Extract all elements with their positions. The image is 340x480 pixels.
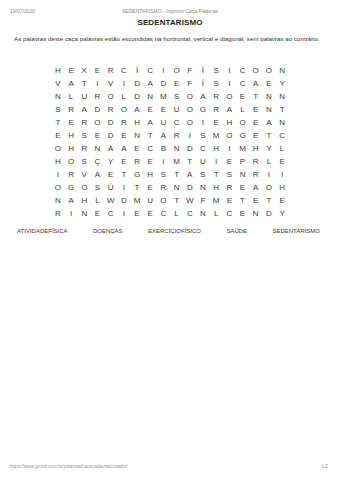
grid-cell: O [104,90,117,103]
grid-cell: W [183,194,196,207]
print-header-date: 19/07/2020 [10,8,35,14]
grid-cell: R [223,181,236,194]
grid-cell: I [65,207,78,220]
grid-cell: U [170,103,183,116]
grid-cell: Y [276,207,289,220]
grid-cell: L [236,103,249,116]
grid-cell: C [104,207,117,220]
grid-cell: R [249,155,262,168]
grid-cell: H [65,142,78,155]
grid-cell: R [104,103,117,116]
grid-cell: A [196,90,209,103]
grid-cell: I [223,64,236,77]
grid-cell: S [196,168,209,181]
grid-cell: B [157,142,170,155]
grid-cell: A [65,194,78,207]
grid-cell: E [144,103,157,116]
grid-cell: A [65,77,78,90]
grid-cell: E [65,64,78,77]
grid-cell: G [196,103,209,116]
grid-cell: D [262,207,275,220]
grid-cell: E [91,207,104,220]
grid-cell: R [170,129,183,142]
grid-cell: A [104,142,117,155]
grid-cell: H [223,116,236,129]
grid-cell: D [130,77,143,90]
grid-cell: N [170,181,183,194]
grid-cell: A [262,116,275,129]
grid-cell: F [183,77,196,90]
grid-cell: R [210,90,223,103]
word-list-item: ATIVIDADEFÍSICA [17,228,68,234]
grid-cell: V [78,168,91,181]
grid-cell: M [210,194,223,207]
grid-cell: N [276,116,289,129]
grid-cell: E [249,103,262,116]
grid-cell: O [170,64,183,77]
grid-cell: O [183,103,196,116]
grid-cell: O [183,90,196,103]
grid-cell: E [91,129,104,142]
grid-cell: I [223,142,236,155]
print-footer-url: https://www.geniol.com.br/palavras/caca-… [10,464,127,469]
grid-cell: N [262,90,275,103]
grid-cell: C [183,207,196,220]
grid-cell: N [78,207,91,220]
grid-cell: S [91,181,104,194]
grid-cell: A [91,168,104,181]
grid-cell: I [117,77,130,90]
grid-cell: H [276,181,289,194]
grid-cell: D [91,103,104,116]
grid-cell: O [223,90,236,103]
grid-cell: A [183,168,196,181]
grid-cell: E [223,194,236,207]
grid-cell: I [117,207,130,220]
grid-cell: Y [276,77,289,90]
grid-cell: E [117,155,130,168]
puzzle-instructions: As palavras deste caça palavras estão es… [14,32,326,45]
grid-cell: C [223,207,236,220]
grid-cell: O [157,194,170,207]
grid-cell: L [65,90,78,103]
grid-cell: O [262,64,275,77]
grid-cell: R [65,168,78,181]
grid-cell: M [130,194,143,207]
grid-cell: R [117,116,130,129]
grid-cell: L [170,207,183,220]
grid-cell: R [78,142,91,155]
grid-cell: O [183,116,196,129]
print-page: 19/07/2020 SEDENTARISMO - Imprimir Caça … [0,0,340,480]
grid-cell: Y [104,155,117,168]
grid-cell: V [104,77,117,90]
grid-cell: R [210,103,223,116]
grid-cell: E [276,155,289,168]
grid-cell: N [276,64,289,77]
grid-cell: E [91,64,104,77]
grid-cell: R [78,116,91,129]
grid-cell: S [210,64,223,77]
word-list-item: EXERCÍCIOFÍSICO [148,228,201,234]
grid-cell: O [51,142,64,155]
grid-cell: R [65,103,78,116]
grid-cell: E [210,116,223,129]
grid-cell: H [51,64,64,77]
grid-cell: C [196,142,209,155]
grid-cell: T [51,116,64,129]
grid-cell: I [157,64,170,77]
grid-cell: I [223,77,236,90]
grid-cell: H [65,129,78,142]
grid-cell: T [249,90,262,103]
grid-cell: Ú [104,181,117,194]
grid-cell: N [170,142,183,155]
grid-cell: U [78,90,91,103]
grid-cell: D [104,116,117,129]
grid-cell: A [249,77,262,90]
grid-cell: H [51,155,64,168]
grid-cell: H [144,168,157,181]
grid-cell: S [51,103,64,116]
grid-cell: P [236,155,249,168]
grid-cell: H [210,181,223,194]
grid-cell: C [157,207,170,220]
grid-cell: E [249,194,262,207]
grid-cell: S [170,90,183,103]
grid-cell: N [91,142,104,155]
grid-cell: I [157,155,170,168]
grid-cell: D [117,194,130,207]
grid-cell: E [144,181,157,194]
grid-cell: N [144,90,157,103]
grid-cell: D [157,77,170,90]
grid-cell: I [117,181,130,194]
grid-cell: O [91,116,104,129]
grid-cell: C [117,64,130,77]
grid-cell: E [144,155,157,168]
grid-cell: U [196,155,209,168]
grid-cell: H [249,142,262,155]
print-header-title: SEDENTARISMO - Imprimir Caça Palavras [122,8,218,14]
grid-cell: A [223,103,236,116]
grid-cell: L [262,155,275,168]
grid-cell: O [117,103,130,116]
grid-cell: Y [262,142,275,155]
grid-cell: T [117,168,130,181]
grid-cell: O [65,155,78,168]
grid-cell: L [91,194,104,207]
word-list-item: SEDENTARISMO [272,228,320,234]
grid-cell: R [157,181,170,194]
grid-cell: L [276,142,289,155]
grid-cell: W [104,194,117,207]
grid-cell: S [210,77,223,90]
grid-cell: L [210,207,223,220]
grid-cell: E [157,103,170,116]
grid-cell: E [223,155,236,168]
grid-cell: E [130,142,143,155]
grid-cell: E [144,207,157,220]
grid-cell: E [104,168,117,181]
grid-cell: I [51,168,64,181]
grid-cell: I [262,168,275,181]
grid-cell: R [91,90,104,103]
grid-cell: E [249,129,262,142]
grid-cell: T [170,168,183,181]
grid-cell: V [51,77,64,90]
grid-cell: T [78,77,91,90]
word-search-grid: HEXERCÍCIOFÍSICOONVATIVIDADEFÍSICAEYNLUR… [51,64,288,220]
grid-cell: G [130,168,143,181]
grid-cell: Í [196,77,209,90]
grid-cell: E [51,129,64,142]
grid-cell: M [170,155,183,168]
grid-cell: T [236,194,249,207]
grid-cell: H [78,194,91,207]
grid-cell: N [276,90,289,103]
grid-cell: A [157,129,170,142]
grid-cell: N [196,207,209,220]
grid-cell: E [236,90,249,103]
grid-cell: N [51,90,64,103]
grid-cell: E [117,129,130,142]
grid-cell: D [183,142,196,155]
grid-cell: M [236,142,249,155]
grid-cell: E [262,77,275,90]
grid-cell: O [51,181,64,194]
grid-cell: G [236,129,249,142]
grid-cell: R [130,155,143,168]
grid-cell: C [144,142,157,155]
grid-cell: O [236,116,249,129]
grid-cell: N [51,194,64,207]
grid-cell: L [117,90,130,103]
grid-cell: D [104,129,117,142]
grid-cell: Ç [91,155,104,168]
grid-cell: I [183,129,196,142]
grid-cell: I [210,155,223,168]
grid-cell: T [170,194,183,207]
grid-cell: A [144,77,157,90]
grid-cell: A [117,142,130,155]
grid-cell: T [144,129,157,142]
grid-cell: S [196,129,209,142]
grid-cell: O [249,64,262,77]
grid-cell: C [236,77,249,90]
grid-cell: S [223,168,236,181]
grid-cell: C [144,64,157,77]
word-list: ATIVIDADEFÍSICADOENÇASEXERCÍCIOFÍSICOSAÚ… [17,228,320,234]
grid-cell: A [130,103,143,116]
grid-cell: E [236,207,249,220]
grid-cell: T [262,194,275,207]
grid-cell: S [78,155,91,168]
grid-cell: S [78,129,91,142]
grid-cell: C [170,116,183,129]
grid-cell: F [183,64,196,77]
grid-cell: G [65,181,78,194]
grid-cell: A [249,181,262,194]
grid-cell: F [196,194,209,207]
grid-cell: Í [130,64,143,77]
grid-cell: M [157,90,170,103]
grid-cell: E [236,181,249,194]
grid-cell: D [183,181,196,194]
grid-cell: E [276,194,289,207]
grid-cell: T [262,129,275,142]
grid-cell: N [196,181,209,194]
word-list-item: DOENÇAS [93,228,123,234]
grid-cell: R [51,207,64,220]
grid-cell: E [130,207,143,220]
grid-cell: A [78,103,91,116]
grid-cell: I [196,116,209,129]
grid-cell: O [78,181,91,194]
word-list-item: SAÚDE [226,228,247,234]
grid-cell: T [276,103,289,116]
grid-cell: E [170,77,183,90]
grid-cell: X [78,64,91,77]
grid-cell: Í [196,64,209,77]
grid-cell: T [183,155,196,168]
grid-cell: N [262,103,275,116]
grid-cell: O [223,129,236,142]
grid-cell: D [130,90,143,103]
grid-cell: U [157,116,170,129]
grid-cell: T [210,168,223,181]
grid-cell: H [210,142,223,155]
grid-cell: R [104,64,117,77]
grid-cell: I [91,77,104,90]
grid-cell: N [130,129,143,142]
grid-cell: I [276,168,289,181]
print-footer-page: 1/2 [322,464,328,469]
puzzle-title: SEDENTARISMO [0,18,340,27]
grid-cell: S [157,168,170,181]
grid-cell: C [236,64,249,77]
grid-cell: A [144,116,157,129]
grid-cell: C [276,129,289,142]
grid-cell: R [249,168,262,181]
grid-cell: U [144,194,157,207]
grid-cell: E [65,116,78,129]
grid-cell: O [262,181,275,194]
grid-cell: H [130,116,143,129]
grid-cell: N [236,168,249,181]
grid-cell: T [130,181,143,194]
grid-cell: E [249,116,262,129]
grid-cell: M [210,129,223,142]
grid-cell: N [249,207,262,220]
